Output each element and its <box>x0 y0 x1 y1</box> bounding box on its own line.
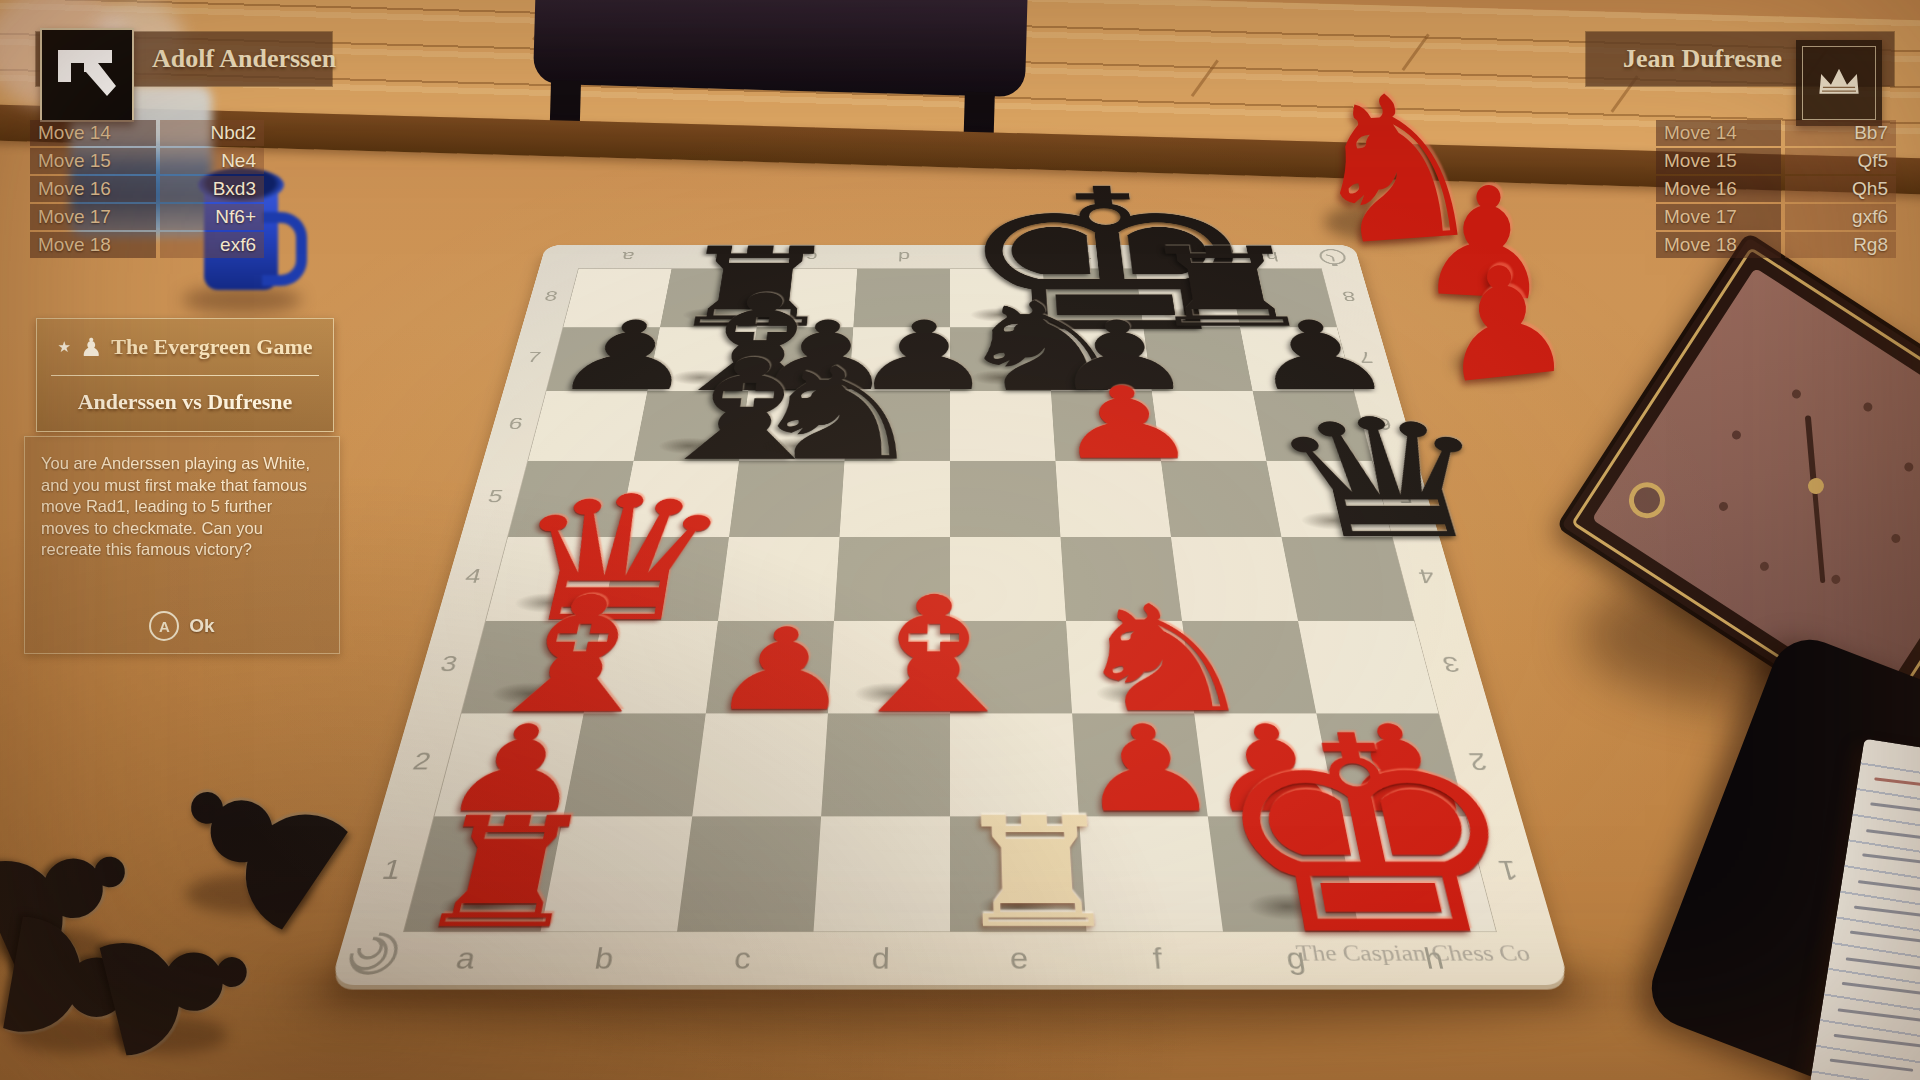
coordinate-label-5: 5 <box>473 486 519 507</box>
move-number: Move 18 <box>30 232 156 258</box>
move-row: Move 16Qh5 <box>1656 176 1896 202</box>
clock-minute-hand <box>1812 487 1825 583</box>
coordinate-label-7: 7 <box>513 349 554 366</box>
notepad-scribble <box>1846 957 1920 981</box>
move-row: Move 14Nbd2 <box>30 120 270 146</box>
notepad-scribble <box>1870 802 1920 819</box>
notepad-scribble <box>1874 777 1920 798</box>
piece-ivory-rook-e1[interactable]: ♜ <box>950 798 1088 951</box>
move-san: Ne4 <box>160 148 264 174</box>
move-list-white: Move 14Nbd2Move 15Ne4Move 16Bxd3Move 17N… <box>30 120 270 260</box>
move-san: Bb7 <box>1785 120 1896 146</box>
player-name-black: Jean Dufresne <box>1586 32 1782 86</box>
move-row: Move 18Rg8 <box>1656 232 1896 258</box>
move-san: Nf6+ <box>160 204 264 230</box>
challenge-description: You are Anderssen playing as White, and … <box>41 453 323 561</box>
piece-red-pawn-f6[interactable]: ♟ <box>1050 375 1163 474</box>
chair-back <box>533 0 1028 97</box>
ok-button[interactable]: A Ok <box>25 611 339 641</box>
chair-leg <box>550 80 581 123</box>
move-number: Move 17 <box>1656 204 1781 230</box>
move-san: Rg8 <box>1785 232 1896 258</box>
coordinate-label-4: 4 <box>1402 565 1450 588</box>
coordinate-label-6: 6 <box>494 414 537 433</box>
move-san: exf6 <box>160 232 264 258</box>
notepad-scribble <box>1858 880 1920 903</box>
move-row: Move 17Nf6+ <box>30 204 270 230</box>
move-number: Move 16 <box>30 176 156 202</box>
move-number: Move 15 <box>30 148 156 174</box>
coordinate-label-8: 8 <box>531 288 571 304</box>
pawn-icon: ♟ <box>80 333 102 362</box>
move-san: Qh5 <box>1785 176 1896 202</box>
piece-black-knight-e7[interactable]: ♞ <box>950 287 1052 410</box>
notepad-scribble <box>1830 1059 1914 1072</box>
game-scene: aabbccddeeffgghh1122334455667788 The Cas… <box>0 0 1920 1080</box>
captured-red-pawn: ♟ <box>1428 241 1579 406</box>
coordinate-label-d: d <box>811 942 950 976</box>
move-number: Move 15 <box>1656 148 1781 174</box>
chair-leg <box>964 92 995 135</box>
move-san: Nbd2 <box>160 120 264 146</box>
chess-board: aabbccddeeffgghh1122334455667788 The Cas… <box>330 245 1570 985</box>
coordinate-label-3: 3 <box>423 652 474 677</box>
player-name-white: Adolf Anderssen <box>152 32 330 86</box>
crown-icon <box>1796 40 1882 126</box>
clock-knob <box>1622 475 1672 525</box>
move-number: Move 18 <box>1656 232 1781 258</box>
notepad-scribble <box>1834 1034 1920 1053</box>
move-row: Move 18exf6 <box>30 232 270 258</box>
gamepad-a-icon: A <box>149 611 179 641</box>
coordinate-label-2: 2 <box>395 748 449 776</box>
coordinate-label-4: 4 <box>449 565 497 588</box>
move-row: Move 16Bxd3 <box>30 176 270 202</box>
move-row: Move 14Bb7 <box>1656 120 1896 146</box>
star-icon: ★ <box>57 338 70 356</box>
challenge-subtitle: Anderssen vs Dufresne <box>37 376 333 430</box>
notepad-scribble <box>1866 829 1920 854</box>
piece-red-pawn-c3[interactable]: ♟ <box>704 614 835 728</box>
notepad-scribble <box>1854 905 1920 925</box>
notepad-scribble <box>1850 931 1920 948</box>
move-san: Qf5 <box>1785 148 1896 174</box>
challenge-header: ★ ♟ The Evergreen Game Anderssen vs Dufr… <box>36 318 334 432</box>
challenge-panel: You are Anderssen playing as White, and … <box>24 436 340 654</box>
publisher-logo-icon <box>40 28 134 122</box>
notepad-scribble <box>1842 982 1920 997</box>
move-row: Move 15Ne4 <box>30 148 270 174</box>
move-list-black: Move 14Bb7Move 15Qf5Move 16Qh5Move 17gxf… <box>1656 120 1896 260</box>
piece-red-bishop-d3[interactable]: ♝ <box>826 576 950 737</box>
notepad-scribble <box>1862 853 1920 867</box>
coordinate-label-a: a <box>580 249 675 264</box>
move-row: Move 15Qf5 <box>1656 148 1896 174</box>
move-number: Move 14 <box>1656 120 1781 146</box>
move-number: Move 16 <box>1656 176 1781 202</box>
notepad-scribble <box>1838 1008 1920 1030</box>
move-san: gxf6 <box>1785 204 1896 230</box>
coordinate-label-c: c <box>671 942 813 976</box>
move-number: Move 14 <box>30 120 156 146</box>
move-san: Bxd3 <box>160 176 264 202</box>
challenge-title: The Evergreen Game <box>111 334 312 360</box>
move-number: Move 17 <box>30 204 156 230</box>
coordinate-label-d: d <box>858 249 950 264</box>
move-row: Move 17gxf6 <box>1656 204 1896 230</box>
coordinate-label-3: 3 <box>1426 652 1477 677</box>
